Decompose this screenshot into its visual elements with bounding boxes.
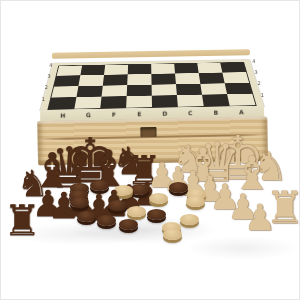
light-pawn-piece[interactable]: ♟ bbox=[244, 200, 276, 236]
light-checker-disc[interactable] bbox=[127, 206, 146, 217]
dark-checker-disc[interactable] bbox=[97, 215, 116, 226]
dark-checker-disc[interactable] bbox=[169, 182, 188, 193]
dark-checker-disc[interactable] bbox=[147, 209, 166, 220]
light-checker-disc[interactable] bbox=[163, 229, 182, 240]
scene: HGFEDCBA 1234 1234 ♜♞♟♝♟♛♟♚♟♝♟♞♟♜♟♟♟♞♟♝♛… bbox=[0, 0, 300, 300]
light-checker-disc[interactable] bbox=[149, 193, 168, 204]
dark-checker-disc[interactable] bbox=[70, 197, 89, 208]
dark-checker-disc[interactable] bbox=[119, 219, 138, 230]
dark-checker-disc[interactable] bbox=[77, 211, 96, 222]
dark-rook-piece[interactable]: ♜ bbox=[3, 200, 41, 242]
light-checker-disc[interactable] bbox=[186, 196, 205, 207]
dark-checker-disc[interactable] bbox=[108, 200, 127, 211]
light-checker-disc[interactable] bbox=[180, 214, 199, 225]
